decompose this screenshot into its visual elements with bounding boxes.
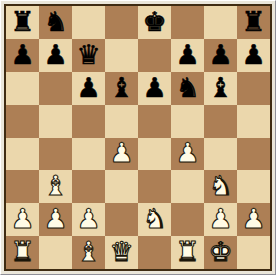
square-d6[interactable]: ♝ xyxy=(105,72,138,105)
square-g2[interactable]: ♟ xyxy=(204,203,237,236)
square-f5[interactable] xyxy=(171,105,204,138)
black-queen: ♛ xyxy=(76,41,100,68)
square-h5[interactable] xyxy=(237,105,270,138)
square-e6[interactable]: ♟ xyxy=(138,72,171,105)
square-c2[interactable]: ♟ xyxy=(72,203,105,236)
square-c1[interactable]: ♝ xyxy=(72,236,105,269)
square-f7[interactable]: ♟ xyxy=(171,39,204,72)
square-c3[interactable] xyxy=(72,170,105,203)
square-e3[interactable] xyxy=(138,170,171,203)
square-a2[interactable]: ♟ xyxy=(6,203,39,236)
square-f3[interactable] xyxy=(171,170,204,203)
black-knight: ♞ xyxy=(175,74,199,101)
black-pawn: ♟ xyxy=(142,74,166,101)
white-rook: ♜ xyxy=(175,238,199,265)
white-bishop: ♝ xyxy=(43,172,67,199)
white-bishop: ♝ xyxy=(76,238,100,265)
black-pawn: ♟ xyxy=(175,41,199,68)
black-pawn: ♟ xyxy=(241,41,265,68)
white-pawn: ♟ xyxy=(76,205,100,232)
black-pawn: ♟ xyxy=(76,74,100,101)
square-c5[interactable] xyxy=(72,105,105,138)
square-a6[interactable] xyxy=(6,72,39,105)
square-g1[interactable]: ♚ xyxy=(204,236,237,269)
square-a1[interactable]: ♜ xyxy=(6,236,39,269)
white-queen: ♛ xyxy=(109,238,133,265)
square-b1[interactable] xyxy=(39,236,72,269)
square-e1[interactable] xyxy=(138,236,171,269)
square-e4[interactable] xyxy=(138,138,171,171)
black-rook: ♜ xyxy=(10,8,34,35)
square-b8[interactable]: ♞ xyxy=(39,6,72,39)
white-pawn: ♟ xyxy=(175,139,199,166)
black-pawn: ♟ xyxy=(208,41,232,68)
white-pawn: ♟ xyxy=(10,205,34,232)
square-b2[interactable]: ♟ xyxy=(39,203,72,236)
square-d1[interactable]: ♛ xyxy=(105,236,138,269)
square-c6[interactable]: ♟ xyxy=(72,72,105,105)
black-pawn: ♟ xyxy=(10,41,34,68)
square-d5[interactable] xyxy=(105,105,138,138)
square-f8[interactable] xyxy=(171,6,204,39)
square-a5[interactable] xyxy=(6,105,39,138)
square-g8[interactable] xyxy=(204,6,237,39)
black-king: ♚ xyxy=(142,8,166,35)
square-e2[interactable]: ♞ xyxy=(138,203,171,236)
black-rook: ♜ xyxy=(241,8,265,35)
square-b7[interactable]: ♟ xyxy=(39,39,72,72)
chess-board: ♜♞♚♜♟♟♛♟♟♟♟♝♟♞♝♟♟♝♞♟♟♟♞♟♟♜♝♛♜♚ xyxy=(6,6,270,269)
square-g3[interactable]: ♞ xyxy=(204,170,237,203)
square-h6[interactable] xyxy=(237,72,270,105)
square-a7[interactable]: ♟ xyxy=(6,39,39,72)
white-rook: ♜ xyxy=(10,238,34,265)
square-a4[interactable] xyxy=(6,138,39,171)
board-frame: ♜♞♚♜♟♟♛♟♟♟♟♝♟♞♝♟♟♝♞♟♟♟♞♟♟♜♝♛♜♚ xyxy=(0,0,276,275)
square-e7[interactable] xyxy=(138,39,171,72)
square-g7[interactable]: ♟ xyxy=(204,39,237,72)
square-c7[interactable]: ♛ xyxy=(72,39,105,72)
square-b4[interactable] xyxy=(39,138,72,171)
square-f4[interactable]: ♟ xyxy=(171,138,204,171)
square-g6[interactable]: ♝ xyxy=(204,72,237,105)
square-g5[interactable] xyxy=(204,105,237,138)
white-pawn: ♟ xyxy=(241,205,265,232)
square-f1[interactable]: ♜ xyxy=(171,236,204,269)
square-d2[interactable] xyxy=(105,203,138,236)
square-e8[interactable]: ♚ xyxy=(138,6,171,39)
square-h2[interactable]: ♟ xyxy=(237,203,270,236)
square-a3[interactable] xyxy=(6,170,39,203)
square-c8[interactable] xyxy=(72,6,105,39)
square-f2[interactable] xyxy=(171,203,204,236)
board-border: ♜♞♚♜♟♟♛♟♟♟♟♝♟♞♝♟♟♝♞♟♟♟♞♟♟♜♝♛♜♚ xyxy=(4,4,272,271)
square-c4[interactable] xyxy=(72,138,105,171)
white-king: ♚ xyxy=(208,238,232,265)
square-h4[interactable] xyxy=(237,138,270,171)
white-pawn: ♟ xyxy=(43,205,67,232)
square-b5[interactable] xyxy=(39,105,72,138)
black-knight: ♞ xyxy=(43,8,67,35)
square-h7[interactable]: ♟ xyxy=(237,39,270,72)
square-h3[interactable] xyxy=(237,170,270,203)
white-knight: ♞ xyxy=(208,172,232,199)
square-b3[interactable]: ♝ xyxy=(39,170,72,203)
square-g4[interactable] xyxy=(204,138,237,171)
square-f6[interactable]: ♞ xyxy=(171,72,204,105)
black-bishop: ♝ xyxy=(208,74,232,101)
square-h8[interactable]: ♜ xyxy=(237,6,270,39)
white-knight: ♞ xyxy=(142,205,166,232)
square-d4[interactable]: ♟ xyxy=(105,138,138,171)
square-d3[interactable] xyxy=(105,170,138,203)
square-d7[interactable] xyxy=(105,39,138,72)
square-a8[interactable]: ♜ xyxy=(6,6,39,39)
square-b6[interactable] xyxy=(39,72,72,105)
square-h1[interactable] xyxy=(237,236,270,269)
white-pawn: ♟ xyxy=(208,205,232,232)
square-d8[interactable] xyxy=(105,6,138,39)
white-pawn: ♟ xyxy=(109,139,133,166)
square-e5[interactable] xyxy=(138,105,171,138)
black-pawn: ♟ xyxy=(43,41,67,68)
black-bishop: ♝ xyxy=(109,74,133,101)
